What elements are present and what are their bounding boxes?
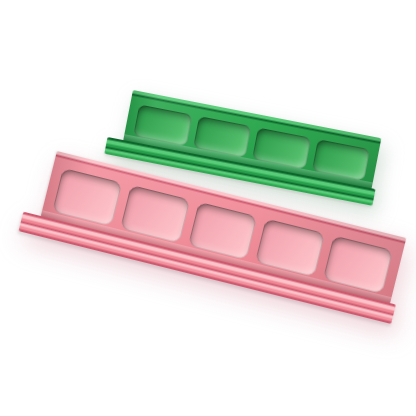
photo-canvas (0, 0, 416, 416)
green-tray (123, 90, 381, 189)
